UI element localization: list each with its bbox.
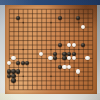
go-photo <box>0 0 100 100</box>
table-surface-right <box>96 5 100 94</box>
intersection[interactable] <box>90 87 95 91</box>
board-grid[interactable] <box>7 7 95 92</box>
table-surface-bottom <box>0 93 100 100</box>
go-board[interactable] <box>5 5 97 94</box>
